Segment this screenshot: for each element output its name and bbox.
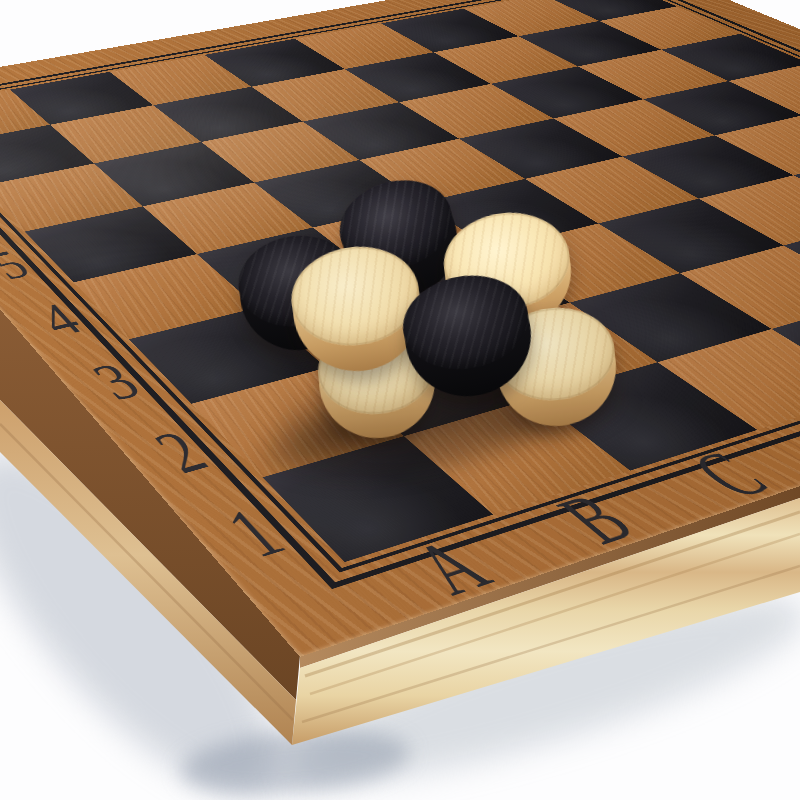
pieces-layer — [0, 0, 800, 800]
checker-black-black-front-top[interactable] — [396, 266, 541, 406]
scene: 12345678ABCDEFGH — [0, 0, 800, 800]
